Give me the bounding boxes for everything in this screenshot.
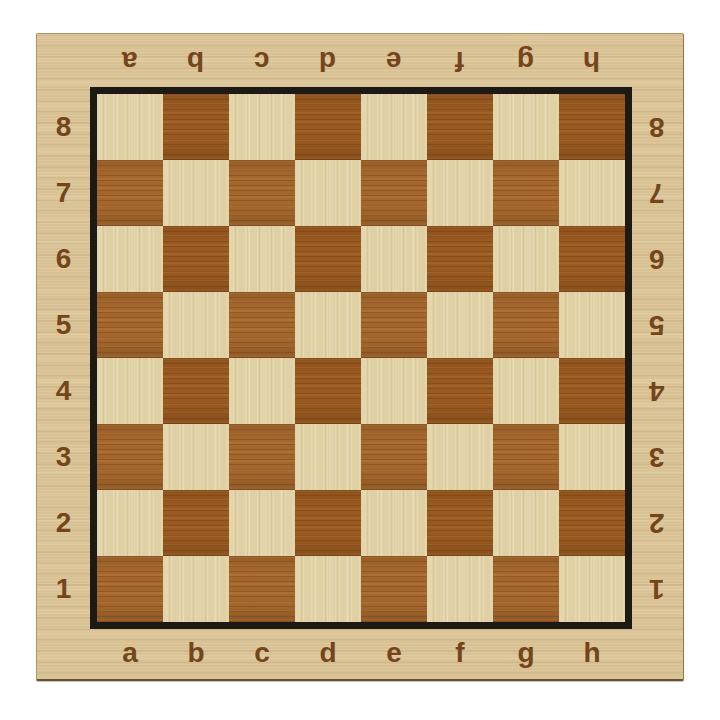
- square-d4[interactable]: [295, 358, 361, 424]
- square-g4[interactable]: [493, 358, 559, 424]
- square-a3[interactable]: [97, 424, 163, 490]
- square-h8[interactable]: [559, 94, 625, 160]
- square-h5[interactable]: [559, 292, 625, 358]
- rank-label-3-right: 3: [630, 424, 683, 490]
- square-d7[interactable]: [295, 160, 361, 226]
- file-label-d-bottom: d: [295, 626, 361, 679]
- square-a2[interactable]: [97, 490, 163, 556]
- file-label-e-top: e: [361, 34, 427, 87]
- square-b7[interactable]: [163, 160, 229, 226]
- rank-label-8-right: 8: [630, 94, 683, 160]
- square-g5[interactable]: [493, 292, 559, 358]
- file-label-f-bottom: f: [427, 626, 493, 679]
- square-h4[interactable]: [559, 358, 625, 424]
- rank-labels-left: 87654321: [37, 94, 90, 622]
- rank-label-7-left: 7: [37, 160, 90, 226]
- file-labels-top: abcdefgh: [97, 34, 625, 87]
- square-c4[interactable]: [229, 358, 295, 424]
- square-b4[interactable]: [163, 358, 229, 424]
- square-e3[interactable]: [361, 424, 427, 490]
- square-a8[interactable]: [97, 94, 163, 160]
- square-g2[interactable]: [493, 490, 559, 556]
- square-h3[interactable]: [559, 424, 625, 490]
- file-label-a-top: a: [97, 34, 163, 87]
- board-grid: [97, 94, 625, 622]
- rank-label-3-left: 3: [37, 424, 90, 490]
- file-label-d-top: d: [295, 34, 361, 87]
- square-c7[interactable]: [229, 160, 295, 226]
- file-labels-bottom: abcdefgh: [97, 626, 625, 679]
- file-label-h-top: h: [559, 34, 625, 87]
- rank-label-6-left: 6: [37, 226, 90, 292]
- square-e4[interactable]: [361, 358, 427, 424]
- file-label-f-top: f: [427, 34, 493, 87]
- file-label-a-bottom: a: [97, 626, 163, 679]
- square-c8[interactable]: [229, 94, 295, 160]
- square-h7[interactable]: [559, 160, 625, 226]
- square-c1[interactable]: [229, 556, 295, 622]
- rank-label-5-right: 5: [630, 292, 683, 358]
- square-c5[interactable]: [229, 292, 295, 358]
- square-e6[interactable]: [361, 226, 427, 292]
- square-f8[interactable]: [427, 94, 493, 160]
- square-b6[interactable]: [163, 226, 229, 292]
- square-f4[interactable]: [427, 358, 493, 424]
- square-f7[interactable]: [427, 160, 493, 226]
- square-d8[interactable]: [295, 94, 361, 160]
- square-d1[interactable]: [295, 556, 361, 622]
- square-c3[interactable]: [229, 424, 295, 490]
- square-h1[interactable]: [559, 556, 625, 622]
- square-c6[interactable]: [229, 226, 295, 292]
- rank-label-7-right: 7: [630, 160, 683, 226]
- rank-label-4-right: 4: [630, 358, 683, 424]
- file-label-g-bottom: g: [493, 626, 559, 679]
- square-g8[interactable]: [493, 94, 559, 160]
- square-e7[interactable]: [361, 160, 427, 226]
- square-b2[interactable]: [163, 490, 229, 556]
- square-c2[interactable]: [229, 490, 295, 556]
- photo-canvas: abcdefgh abcdefgh 87654321 87654321: [0, 0, 720, 720]
- square-a7[interactable]: [97, 160, 163, 226]
- rank-label-8-left: 8: [37, 94, 90, 160]
- square-a1[interactable]: [97, 556, 163, 622]
- file-label-h-bottom: h: [559, 626, 625, 679]
- square-g7[interactable]: [493, 160, 559, 226]
- square-b5[interactable]: [163, 292, 229, 358]
- file-label-c-bottom: c: [229, 626, 295, 679]
- square-f3[interactable]: [427, 424, 493, 490]
- square-e1[interactable]: [361, 556, 427, 622]
- square-g1[interactable]: [493, 556, 559, 622]
- rank-label-5-left: 5: [37, 292, 90, 358]
- square-a4[interactable]: [97, 358, 163, 424]
- square-e5[interactable]: [361, 292, 427, 358]
- rank-label-1-left: 1: [37, 556, 90, 622]
- file-label-g-top: g: [493, 34, 559, 87]
- rank-labels-right: 87654321: [630, 94, 683, 622]
- square-b1[interactable]: [163, 556, 229, 622]
- file-label-b-top: b: [163, 34, 229, 87]
- file-label-e-bottom: e: [361, 626, 427, 679]
- square-d5[interactable]: [295, 292, 361, 358]
- chess-board: abcdefgh abcdefgh 87654321 87654321: [36, 33, 684, 681]
- rank-label-2-right: 2: [630, 490, 683, 556]
- square-d3[interactable]: [295, 424, 361, 490]
- square-e2[interactable]: [361, 490, 427, 556]
- rank-label-1-right: 1: [630, 556, 683, 622]
- square-a6[interactable]: [97, 226, 163, 292]
- rank-label-2-left: 2: [37, 490, 90, 556]
- rank-label-4-left: 4: [37, 358, 90, 424]
- square-b3[interactable]: [163, 424, 229, 490]
- square-g3[interactable]: [493, 424, 559, 490]
- square-e8[interactable]: [361, 94, 427, 160]
- square-d6[interactable]: [295, 226, 361, 292]
- square-g6[interactable]: [493, 226, 559, 292]
- rank-label-6-right: 6: [630, 226, 683, 292]
- square-h6[interactable]: [559, 226, 625, 292]
- square-f5[interactable]: [427, 292, 493, 358]
- square-d2[interactable]: [295, 490, 361, 556]
- square-b8[interactable]: [163, 94, 229, 160]
- file-label-c-top: c: [229, 34, 295, 87]
- file-label-b-bottom: b: [163, 626, 229, 679]
- square-f6[interactable]: [427, 226, 493, 292]
- square-f2[interactable]: [427, 490, 493, 556]
- playing-area: [90, 87, 632, 629]
- square-h2[interactable]: [559, 490, 625, 556]
- square-a5[interactable]: [97, 292, 163, 358]
- square-f1[interactable]: [427, 556, 493, 622]
